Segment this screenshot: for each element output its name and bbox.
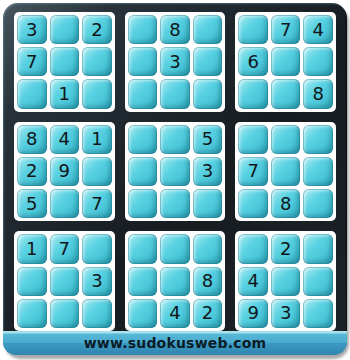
cell-r9c8[interactable]: 3 xyxy=(271,299,301,328)
cell-r4c1[interactable]: 8 xyxy=(17,125,47,154)
cell-r7c8[interactable]: 2 xyxy=(271,234,301,263)
cell-r3c9[interactable]: 8 xyxy=(303,79,333,108)
cell-r2c5[interactable]: 3 xyxy=(160,47,190,76)
box-2: 83 xyxy=(125,12,226,112)
cell-r8c8[interactable] xyxy=(271,267,301,296)
cell-r6c7[interactable] xyxy=(238,189,268,218)
cell-r3c7[interactable] xyxy=(238,79,268,108)
cell-r2c8[interactable] xyxy=(271,47,301,76)
cell-r7c6[interactable] xyxy=(193,234,223,263)
cell-r5c1[interactable]: 2 xyxy=(17,157,47,186)
cell-r7c4[interactable] xyxy=(128,234,158,263)
cell-r4c8[interactable] xyxy=(271,125,301,154)
cell-r5c4[interactable] xyxy=(128,157,158,186)
cell-r5c5[interactable] xyxy=(160,157,190,186)
cell-r4c3[interactable]: 1 xyxy=(82,125,112,154)
cell-r9c1[interactable] xyxy=(17,299,47,328)
cell-r1c8[interactable]: 7 xyxy=(271,15,301,44)
cell-r4c5[interactable] xyxy=(160,125,190,154)
cell-r2c7[interactable]: 6 xyxy=(238,47,268,76)
footer-bar: www.sudokusweb.com xyxy=(3,331,347,355)
cell-r4c7[interactable] xyxy=(238,125,268,154)
cell-r6c9[interactable] xyxy=(303,189,333,218)
cell-r8c3[interactable]: 3 xyxy=(82,267,112,296)
box-8: 842 xyxy=(125,231,226,331)
cell-r3c5[interactable] xyxy=(160,79,190,108)
cell-r8c1[interactable] xyxy=(17,267,47,296)
cell-r5c6[interactable]: 3 xyxy=(193,157,223,186)
cell-r9c3[interactable] xyxy=(82,299,112,328)
cell-r9c5[interactable]: 4 xyxy=(160,299,190,328)
box-7: 173 xyxy=(14,231,115,331)
cell-r4c2[interactable]: 4 xyxy=(50,125,80,154)
cell-r6c4[interactable] xyxy=(128,189,158,218)
cell-r7c3[interactable] xyxy=(82,234,112,263)
cell-r3c3[interactable] xyxy=(82,79,112,108)
cell-r1c4[interactable] xyxy=(128,15,158,44)
cell-r2c2[interactable] xyxy=(50,47,80,76)
cell-r8c7[interactable]: 4 xyxy=(238,267,268,296)
cell-r8c9[interactable] xyxy=(303,267,333,296)
box-3: 7468 xyxy=(235,12,336,112)
cell-r1c7[interactable] xyxy=(238,15,268,44)
cell-r4c6[interactable]: 5 xyxy=(193,125,223,154)
sudoku-page: 3271837468841295753781738422493 www.sudo… xyxy=(0,0,350,360)
cell-r8c5[interactable] xyxy=(160,267,190,296)
cell-r2c6[interactable] xyxy=(193,47,223,76)
cell-r1c1[interactable]: 3 xyxy=(17,15,47,44)
cell-r3c2[interactable]: 1 xyxy=(50,79,80,108)
cell-r7c5[interactable] xyxy=(160,234,190,263)
cell-r3c8[interactable] xyxy=(271,79,301,108)
cell-r5c3[interactable] xyxy=(82,157,112,186)
cell-r1c9[interactable]: 4 xyxy=(303,15,333,44)
site-url: www.sudokusweb.com xyxy=(84,335,267,351)
cell-r9c6[interactable]: 2 xyxy=(193,299,223,328)
cell-r7c9[interactable] xyxy=(303,234,333,263)
cell-r3c6[interactable] xyxy=(193,79,223,108)
cell-r9c9[interactable] xyxy=(303,299,333,328)
cell-r2c1[interactable]: 7 xyxy=(17,47,47,76)
box-1: 3271 xyxy=(14,12,115,112)
cell-r8c6[interactable]: 8 xyxy=(193,267,223,296)
cell-r5c8[interactable] xyxy=(271,157,301,186)
box-6: 78 xyxy=(235,122,336,222)
cell-r5c2[interactable]: 9 xyxy=(50,157,80,186)
cell-r9c7[interactable]: 9 xyxy=(238,299,268,328)
cell-r3c4[interactable] xyxy=(128,79,158,108)
cell-r4c9[interactable] xyxy=(303,125,333,154)
box-5: 53 xyxy=(125,122,226,222)
box-4: 8412957 xyxy=(14,122,115,222)
cell-r7c1[interactable]: 1 xyxy=(17,234,47,263)
cell-r1c2[interactable] xyxy=(50,15,80,44)
cell-r9c2[interactable] xyxy=(50,299,80,328)
cell-r6c5[interactable] xyxy=(160,189,190,218)
cell-r2c3[interactable] xyxy=(82,47,112,76)
cell-r6c6[interactable] xyxy=(193,189,223,218)
cell-r1c6[interactable] xyxy=(193,15,223,44)
cell-r1c3[interactable]: 2 xyxy=(82,15,112,44)
cell-r5c9[interactable] xyxy=(303,157,333,186)
cell-r6c1[interactable]: 5 xyxy=(17,189,47,218)
cell-r5c7[interactable]: 7 xyxy=(238,157,268,186)
cell-r8c4[interactable] xyxy=(128,267,158,296)
cell-r7c7[interactable] xyxy=(238,234,268,263)
cell-r1c5[interactable]: 8 xyxy=(160,15,190,44)
cell-r8c2[interactable] xyxy=(50,267,80,296)
cell-r6c8[interactable]: 8 xyxy=(271,189,301,218)
cell-r6c3[interactable]: 7 xyxy=(82,189,112,218)
cell-r2c4[interactable] xyxy=(128,47,158,76)
cell-r9c4[interactable] xyxy=(128,299,158,328)
sudoku-board: 3271837468841295753781738422493 xyxy=(14,12,336,331)
cell-r3c1[interactable] xyxy=(17,79,47,108)
cell-r2c9[interactable] xyxy=(303,47,333,76)
cell-r7c2[interactable]: 7 xyxy=(50,234,80,263)
board-frame: 3271837468841295753781738422493 www.sudo… xyxy=(3,3,347,355)
box-9: 2493 xyxy=(235,231,336,331)
cell-r6c2[interactable] xyxy=(50,189,80,218)
cell-r4c4[interactable] xyxy=(128,125,158,154)
